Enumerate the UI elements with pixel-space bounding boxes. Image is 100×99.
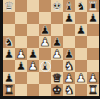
square-h3[interactable] bbox=[87, 60, 99, 72]
square-g7[interactable] bbox=[75, 12, 87, 24]
white-pawn-f2: ♟ bbox=[63, 72, 75, 84]
square-f8[interactable]: ♝ bbox=[63, 0, 75, 12]
white-pawn-b4: ♟ bbox=[15, 48, 27, 60]
square-g2[interactable]: ♟ bbox=[75, 72, 87, 84]
black-knight-g8: ♞ bbox=[75, 0, 87, 12]
square-e8[interactable]: ♚ bbox=[51, 0, 63, 12]
square-f1[interactable]: ♞ bbox=[63, 84, 75, 96]
square-b4[interactable]: ♟ bbox=[15, 48, 27, 60]
white-rook-a1: ♜ bbox=[3, 84, 15, 96]
square-b7[interactable] bbox=[15, 12, 27, 24]
black-bishop-f8: ♝ bbox=[63, 0, 75, 12]
square-a5[interactable]: ♞ bbox=[3, 36, 15, 48]
board-frame-bottom bbox=[0, 96, 100, 99]
white-king-e1: ♚ bbox=[51, 84, 63, 96]
square-e3[interactable] bbox=[51, 60, 63, 72]
white-pawn-h2: ♟ bbox=[87, 72, 99, 84]
black-pawn-g6: ♟ bbox=[75, 24, 87, 36]
square-e2[interactable]: ♛ bbox=[51, 72, 63, 84]
black-bishop-d3: ♝ bbox=[39, 60, 51, 72]
black-king-e8: ♚ bbox=[51, 0, 63, 12]
square-d2[interactable] bbox=[39, 72, 51, 84]
square-a2[interactable]: ♟ bbox=[3, 72, 15, 84]
square-b1[interactable] bbox=[15, 84, 27, 96]
square-h2[interactable]: ♟ bbox=[87, 72, 99, 84]
square-d3[interactable]: ♝ bbox=[39, 60, 51, 72]
square-a7[interactable] bbox=[3, 12, 15, 24]
square-f3[interactable]: ♞ bbox=[63, 60, 75, 72]
white-pawn-c3: ♟ bbox=[27, 60, 39, 72]
square-d4[interactable] bbox=[39, 48, 51, 60]
square-g5[interactable] bbox=[75, 36, 87, 48]
black-pawn-f7: ♟ bbox=[63, 12, 75, 24]
square-c1[interactable] bbox=[27, 84, 39, 96]
board-frame-right bbox=[99, 0, 100, 99]
square-c2[interactable] bbox=[27, 72, 39, 84]
chess-board-screenshot: ♛♚♝♞♜♟♟♟♟♞♟♟♟♟♟♟♟♟♟♝♞♟♛♟♟♟♜♚♞♜ bbox=[0, 0, 100, 99]
square-c6[interactable] bbox=[27, 24, 39, 36]
square-e4[interactable]: ♟ bbox=[51, 48, 63, 60]
square-e1[interactable]: ♚ bbox=[51, 84, 63, 96]
square-b8[interactable] bbox=[15, 0, 27, 12]
square-d7[interactable] bbox=[39, 12, 51, 24]
square-h4[interactable] bbox=[87, 48, 99, 60]
square-f6[interactable] bbox=[63, 24, 75, 36]
square-g3[interactable] bbox=[75, 60, 87, 72]
square-a6[interactable] bbox=[3, 24, 15, 36]
square-d8[interactable] bbox=[39, 0, 51, 12]
square-c8[interactable] bbox=[27, 0, 39, 12]
black-pawn-a2: ♟ bbox=[3, 72, 15, 84]
square-g1[interactable] bbox=[75, 84, 87, 96]
square-g8[interactable]: ♞ bbox=[75, 0, 87, 12]
square-b6[interactable] bbox=[15, 24, 27, 36]
white-pawn-d5: ♟ bbox=[39, 36, 51, 48]
square-h8[interactable]: ♜ bbox=[87, 0, 99, 12]
square-b5[interactable] bbox=[15, 36, 27, 48]
chess-board[interactable]: ♛♚♝♞♜♟♟♟♟♞♟♟♟♟♟♟♟♟♟♝♞♟♛♟♟♟♜♚♞♜ bbox=[3, 0, 99, 96]
square-b3[interactable]: ♟ bbox=[15, 60, 27, 72]
square-d6[interactable]: ♟ bbox=[39, 24, 51, 36]
white-knight-f3: ♞ bbox=[63, 60, 75, 72]
square-h7[interactable]: ♟ bbox=[87, 12, 99, 24]
square-f2[interactable]: ♟ bbox=[63, 72, 75, 84]
square-f4[interactable]: ♟ bbox=[63, 48, 75, 60]
square-c5[interactable] bbox=[27, 36, 39, 48]
square-a3[interactable] bbox=[3, 60, 15, 72]
square-d5[interactable]: ♟ bbox=[39, 36, 51, 48]
white-rook-h1: ♜ bbox=[87, 84, 99, 96]
black-pawn-f4: ♟ bbox=[63, 48, 75, 60]
square-f7[interactable]: ♟ bbox=[63, 12, 75, 24]
square-a4[interactable]: ♟ bbox=[3, 48, 15, 60]
white-pawn-e4: ♟ bbox=[51, 48, 63, 60]
black-pawn-h7: ♟ bbox=[87, 12, 99, 24]
square-e7[interactable] bbox=[51, 12, 63, 24]
white-knight-f1: ♞ bbox=[63, 84, 75, 96]
square-c7[interactable] bbox=[27, 12, 39, 24]
white-pawn-g2: ♟ bbox=[75, 72, 87, 84]
black-pawn-b3: ♟ bbox=[15, 60, 27, 72]
black-pawn-e5: ♟ bbox=[51, 36, 63, 48]
square-g4[interactable] bbox=[75, 48, 87, 60]
square-c4[interactable]: ♟ bbox=[27, 48, 39, 60]
square-h5[interactable] bbox=[87, 36, 99, 48]
black-pawn-c4: ♟ bbox=[27, 48, 39, 60]
black-rook-h8: ♜ bbox=[87, 0, 99, 12]
square-c3[interactable]: ♟ bbox=[27, 60, 39, 72]
black-pawn-d6: ♟ bbox=[39, 24, 51, 36]
square-b2[interactable] bbox=[15, 72, 27, 84]
square-e5[interactable]: ♟ bbox=[51, 36, 63, 48]
square-g6[interactable]: ♟ bbox=[75, 24, 87, 36]
black-knight-a5: ♞ bbox=[3, 36, 15, 48]
square-a8[interactable]: ♛ bbox=[3, 0, 15, 12]
square-d1[interactable] bbox=[39, 84, 51, 96]
square-e6[interactable] bbox=[51, 24, 63, 36]
white-queen-e2: ♛ bbox=[51, 72, 63, 84]
black-pawn-a4: ♟ bbox=[3, 48, 15, 60]
highlight-circle-d3 bbox=[40, 61, 52, 73]
square-f5[interactable] bbox=[63, 36, 75, 48]
black-queen-a8: ♛ bbox=[3, 0, 15, 12]
square-h6[interactable] bbox=[87, 24, 99, 36]
square-h1[interactable]: ♜ bbox=[87, 84, 99, 96]
square-a1[interactable]: ♜ bbox=[3, 84, 15, 96]
